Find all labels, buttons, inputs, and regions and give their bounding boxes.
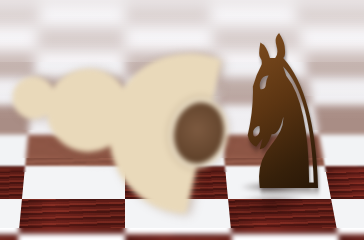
chessboard-perspective-plane <box>0 0 364 240</box>
square-e1 <box>125 199 231 234</box>
square-g6 <box>303 51 364 77</box>
square-e3 <box>125 135 225 166</box>
board-square-offboard <box>15 234 125 240</box>
square-f1 <box>228 199 338 234</box>
square-g5 <box>308 77 364 105</box>
square-e5 <box>125 77 219 105</box>
chessboard-grid <box>0 0 364 240</box>
square-f6 <box>214 51 308 77</box>
square-g7 <box>298 26 364 51</box>
square-d1 <box>19 199 125 234</box>
square-c4 <box>0 105 31 134</box>
square-d4 <box>28 105 125 134</box>
square-f5 <box>216 77 313 105</box>
square-d8 <box>38 3 125 27</box>
square-e6 <box>125 51 216 77</box>
board-square-offboard <box>0 234 19 240</box>
square-f2 <box>225 166 331 199</box>
square-c7 <box>0 26 38 51</box>
board-square-offboard <box>231 234 345 240</box>
square-c5 <box>0 77 34 105</box>
square-d6 <box>34 51 125 77</box>
square-f7 <box>212 26 303 51</box>
square-g3 <box>319 135 364 166</box>
square-d2 <box>22 166 125 199</box>
square-g1 <box>331 199 364 234</box>
square-g4 <box>313 105 364 134</box>
square-g8 <box>294 3 364 27</box>
square-e7 <box>125 26 214 51</box>
square-f8 <box>209 3 298 27</box>
square-g2 <box>325 166 364 199</box>
square-c3 <box>0 135 28 166</box>
square-c6 <box>0 51 36 77</box>
square-f3 <box>222 135 325 166</box>
board-square-offboard <box>338 234 364 240</box>
square-e4 <box>125 105 222 134</box>
square-d3 <box>25 135 125 166</box>
square-e8 <box>125 3 212 27</box>
square-d5 <box>31 77 125 105</box>
square-e2 <box>125 166 228 199</box>
board-square-offboard <box>125 234 235 240</box>
square-f4 <box>219 105 319 134</box>
square-d7 <box>36 26 125 51</box>
chessboard-photo: ♟ ♞ <box>0 0 364 240</box>
square-c8 <box>0 3 41 27</box>
